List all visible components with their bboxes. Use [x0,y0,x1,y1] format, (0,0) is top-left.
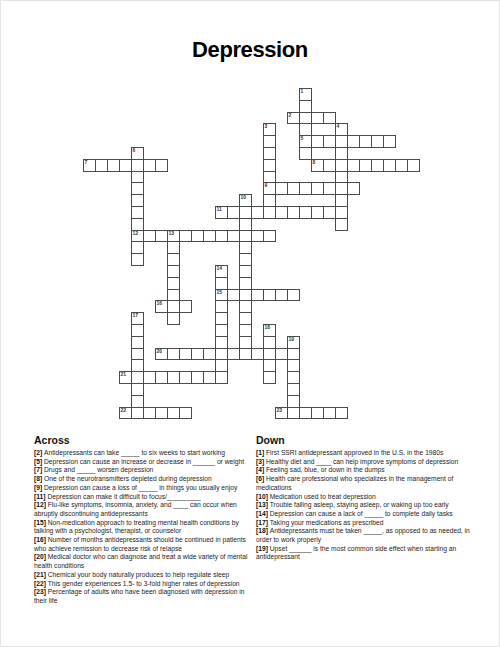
clue-20: [20] Medical doctor who can diagnose and… [34,553,250,570]
clue-number: [6] [256,475,266,482]
clue-number: [21] [34,571,48,578]
cell-number-6: 6 [133,148,136,153]
clue-17: [17] Taking your medications as prescrib… [256,519,481,528]
clue-1: [1] First SSRI antidepressant approved i… [256,449,481,458]
clue-number: [15] [34,519,48,526]
cell-number-2: 2 [289,113,292,118]
grid-cell-r4c25[interactable] [383,135,396,148]
crossword-worksheet: Depression 25789111215162021222313461013… [0,0,500,647]
grid-cell-r17c17[interactable] [287,289,300,302]
clue-number: [20] [34,553,48,560]
clue-7: [7] Drugs and _____ worsen depression [34,466,250,475]
clue-number: [16] [34,536,48,543]
grid-cell-r6c6[interactable] [155,159,168,172]
clue-10: [10] Medication used to treat depression [256,493,481,502]
cell-number-15: 15 [217,290,223,295]
clue-number: [22] [34,580,48,587]
clue-23: [23] Percentage of adults who have been … [34,588,250,605]
clue-number: [23] [34,588,48,595]
clue-6: [6] Health care professional who special… [256,475,481,492]
clue-18: [18] Antidepressants must be taken _____… [256,527,481,544]
grid-cell-r11c21[interactable] [335,218,348,231]
cell-number-19: 19 [289,337,295,342]
cell-number-21: 21 [121,372,127,377]
grid-cell-r6c27[interactable] [407,159,420,172]
clue-number: [9] [34,484,44,491]
clue-number: [8] [34,475,44,482]
clue-5: [5] Depression can cause an increase or … [34,458,250,467]
cell-number-13: 13 [169,231,175,236]
down-clue-list: [1] First SSRI antidepressant approved i… [256,449,481,562]
cell-number-5: 5 [301,136,304,141]
clue-9: [9] Depression can cause a loss of _____… [34,484,250,493]
clue-15: [15] Non-medication approach to treating… [34,519,250,536]
cell-number-20: 20 [157,349,163,354]
clue-14: [14] Depression can cause a lack of ____… [256,510,481,519]
clue-number: [17] [256,519,270,526]
clue-12: [12] Flu-like symptoms, insomnia, anxiet… [34,501,250,518]
clue-8: [8] One of the neurotransmitters deplete… [34,475,250,484]
clue-number: [14] [256,510,270,517]
across-section: Across [2] Antidepressants can take ____… [34,434,250,606]
cell-number-23: 23 [277,408,283,413]
clue-number: [11] [34,493,47,500]
down-section: Down [1] First SSRI antidepressant appro… [256,434,481,606]
crossword-grid: 2578911121516202122231346101314171819 [83,88,421,421]
grid-cell-r27c8[interactable] [179,407,192,420]
clue-19: [19] Upset ______ is the most common sid… [256,545,481,562]
grid-cell-r18c8[interactable] [179,300,192,313]
cell-number-14: 14 [217,266,223,271]
grid-cell-r24c11[interactable] [215,371,228,384]
grid-cell-r24c15[interactable] [263,371,276,384]
cell-number-12: 12 [133,231,139,236]
clue-22: [22] This gender experiences 1.5- to 3-f… [34,580,250,589]
across-heading: Across [34,434,250,446]
clue-number: [12] [34,501,48,508]
cell-number-4: 4 [337,124,340,129]
clue-11: [11] Depression can make it difficult to… [34,493,250,502]
cell-number-1: 1 [301,89,304,94]
cell-number-7: 7 [85,160,88,165]
clue-section: Across [2] Antidepressants can take ____… [34,434,481,606]
cell-number-8: 8 [313,160,316,165]
grid-cell-r12c15[interactable] [263,230,276,243]
cell-number-3: 3 [265,124,268,129]
clue-number: [3] [256,458,266,465]
across-clue-list: [2] Antidepressants can take _____ to si… [34,449,250,606]
cell-number-9: 9 [265,183,268,188]
grid-cell-r14c4[interactable] [131,253,144,266]
clue-number: [4] [256,466,266,473]
clue-number: [19] [256,545,270,552]
grid-cell-r19c7[interactable] [167,312,180,325]
cell-number-11: 11 [217,207,222,212]
puzzle-title: Depression [1,37,499,63]
clue-number: [1] [256,449,266,456]
cell-number-18: 18 [265,325,271,330]
clue-13: [13] Trouble falling asleep, staying asl… [256,501,481,510]
clue-number: [2] [34,449,44,456]
cell-number-22: 22 [121,408,127,413]
clue-4: [4] Feeling sad, blue, or down in the du… [256,466,481,475]
clue-21: [21] Chemical your body naturally produc… [34,571,250,580]
clue-2: [2] Antidepressants can take _____ to si… [34,449,250,458]
clue-number: [10] [256,493,270,500]
grid-cell-r8c22[interactable] [347,182,360,195]
clue-number: [7] [34,466,44,473]
down-heading: Down [256,434,481,446]
cell-number-17: 17 [133,313,139,318]
cell-number-10: 10 [241,195,247,200]
clue-16: [16] Number of months antidepressants sh… [34,536,250,553]
clue-number: [5] [34,458,44,465]
clue-3: [3] Healthy diet and ____ can help impro… [256,458,481,467]
clue-number: [13] [256,501,270,508]
clue-number: [18] [256,527,270,534]
cell-number-16: 16 [157,301,163,306]
grid-cell-r27c21[interactable] [335,407,348,420]
